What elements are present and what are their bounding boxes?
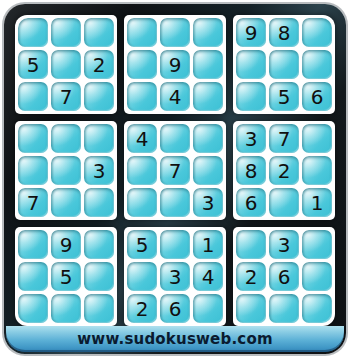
- cell-r7c6: 1: [193, 230, 223, 259]
- box-1-2: 94: [124, 15, 226, 114]
- cell-r6c4[interactable]: [127, 188, 157, 217]
- cell-r7c4: 5: [127, 230, 157, 259]
- box-2-3: 378261: [233, 121, 335, 220]
- cell-r6c2[interactable]: [51, 188, 81, 217]
- cell-r7c5[interactable]: [160, 230, 190, 259]
- cell-r4c4: 4: [127, 124, 157, 153]
- cell-r2c2[interactable]: [51, 50, 81, 79]
- cell-r8c6: 4: [193, 262, 223, 291]
- cell-r3c8: 5: [269, 82, 299, 111]
- cell-r1c2[interactable]: [51, 18, 81, 47]
- cell-r1c3[interactable]: [84, 18, 114, 47]
- cell-r8c5: 3: [160, 262, 190, 291]
- cell-r9c2[interactable]: [51, 294, 81, 323]
- cell-r5c1[interactable]: [18, 156, 48, 185]
- cell-r7c3[interactable]: [84, 230, 114, 259]
- cell-r2c9[interactable]: [302, 50, 332, 79]
- box-3-1: 95: [15, 227, 117, 326]
- cell-r8c3[interactable]: [84, 262, 114, 291]
- cell-r7c8: 3: [269, 230, 299, 259]
- cell-r8c9[interactable]: [302, 262, 332, 291]
- cell-r1c5[interactable]: [160, 18, 190, 47]
- cell-r6c8[interactable]: [269, 188, 299, 217]
- cell-r1c6[interactable]: [193, 18, 223, 47]
- cell-r4c9[interactable]: [302, 124, 332, 153]
- website-link[interactable]: www.sudokusweb.com: [77, 330, 272, 348]
- cell-r3c5: 4: [160, 82, 190, 111]
- cell-r5c4[interactable]: [127, 156, 157, 185]
- cell-r2c7[interactable]: [236, 50, 266, 79]
- cell-r2c1: 5: [18, 50, 48, 79]
- cell-r9c4: 2: [127, 294, 157, 323]
- cell-r8c7: 2: [236, 262, 266, 291]
- cell-r9c7[interactable]: [236, 294, 266, 323]
- cell-r4c3[interactable]: [84, 124, 114, 153]
- box-1-3: 9856: [233, 15, 335, 114]
- cell-r2c8[interactable]: [269, 50, 299, 79]
- cell-r3c3[interactable]: [84, 82, 114, 111]
- box-3-3: 326: [233, 227, 335, 326]
- cell-r2c5: 9: [160, 50, 190, 79]
- cell-r7c2: 9: [51, 230, 81, 259]
- cell-r3c4[interactable]: [127, 82, 157, 111]
- cell-r6c3[interactable]: [84, 188, 114, 217]
- cell-r8c2: 5: [51, 262, 81, 291]
- box-2-2: 473: [124, 121, 226, 220]
- cell-r4c6[interactable]: [193, 124, 223, 153]
- cell-r5c7: 8: [236, 156, 266, 185]
- cell-r4c2[interactable]: [51, 124, 81, 153]
- cell-r5c9[interactable]: [302, 156, 332, 185]
- cell-r1c8: 8: [269, 18, 299, 47]
- footer-banner: www.sudokusweb.com: [6, 326, 344, 352]
- cell-r6c1: 7: [18, 188, 48, 217]
- sudoku-board: 5279498563747337826195513426326: [15, 15, 335, 326]
- cell-r1c4[interactable]: [127, 18, 157, 47]
- cell-r9c8[interactable]: [269, 294, 299, 323]
- cell-r8c8: 6: [269, 262, 299, 291]
- cell-r2c6[interactable]: [193, 50, 223, 79]
- cell-r3c6[interactable]: [193, 82, 223, 111]
- cell-r8c1[interactable]: [18, 262, 48, 291]
- cell-r1c9[interactable]: [302, 18, 332, 47]
- cell-r1c7: 9: [236, 18, 266, 47]
- cell-r9c5: 6: [160, 294, 190, 323]
- cell-r4c5[interactable]: [160, 124, 190, 153]
- cell-r7c1[interactable]: [18, 230, 48, 259]
- cell-r5c5: 7: [160, 156, 190, 185]
- box-1-1: 527: [15, 15, 117, 114]
- cell-r3c7[interactable]: [236, 82, 266, 111]
- cell-r3c2: 7: [51, 82, 81, 111]
- cell-r6c6: 3: [193, 188, 223, 217]
- cell-r6c5[interactable]: [160, 188, 190, 217]
- cell-r3c9: 6: [302, 82, 332, 111]
- box-2-1: 37: [15, 121, 117, 220]
- cell-r5c6[interactable]: [193, 156, 223, 185]
- cell-r7c7[interactable]: [236, 230, 266, 259]
- cell-r1c1[interactable]: [18, 18, 48, 47]
- cell-r5c3: 3: [84, 156, 114, 185]
- cell-r5c2[interactable]: [51, 156, 81, 185]
- cell-r6c9: 1: [302, 188, 332, 217]
- cell-r3c1[interactable]: [18, 82, 48, 111]
- cell-r8c4[interactable]: [127, 262, 157, 291]
- cell-r4c7: 3: [236, 124, 266, 153]
- cell-r2c4[interactable]: [127, 50, 157, 79]
- cell-r9c9[interactable]: [302, 294, 332, 323]
- sudoku-plaque: 5279498563747337826195513426326 www.sudo…: [4, 4, 346, 354]
- cell-r2c3: 2: [84, 50, 114, 79]
- cell-r7c9[interactable]: [302, 230, 332, 259]
- box-3-2: 513426: [124, 227, 226, 326]
- sudoku-widget: 5279498563747337826195513426326 www.sudo…: [0, 0, 350, 360]
- cell-r5c8: 2: [269, 156, 299, 185]
- cell-r4c1[interactable]: [18, 124, 48, 153]
- cell-r9c6[interactable]: [193, 294, 223, 323]
- cell-r4c8: 7: [269, 124, 299, 153]
- cell-r9c3[interactable]: [84, 294, 114, 323]
- cell-r6c7: 6: [236, 188, 266, 217]
- cell-r9c1[interactable]: [18, 294, 48, 323]
